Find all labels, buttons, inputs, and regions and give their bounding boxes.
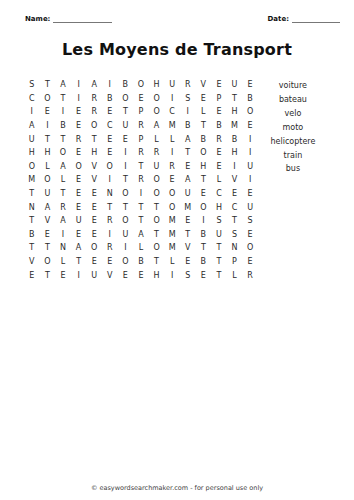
grid-cell[interactable]: E bbox=[133, 92, 149, 106]
grid-cell[interactable]: N bbox=[227, 241, 243, 255]
grid-cell[interactable]: E bbox=[242, 228, 258, 242]
grid-cell[interactable]: R bbox=[86, 105, 102, 119]
grid-cell[interactable]: T bbox=[40, 241, 56, 255]
grid-cell[interactable]: C bbox=[24, 92, 40, 106]
grid-cell[interactable]: U bbox=[118, 119, 134, 133]
grid-cell[interactable]: C bbox=[211, 187, 227, 201]
grid-cell[interactable]: A bbox=[86, 78, 102, 92]
grid-cell[interactable]: I bbox=[164, 92, 180, 106]
grid-cell[interactable]: I bbox=[55, 228, 71, 242]
word-list-item: moto bbox=[258, 121, 328, 135]
grid-cell[interactable]: O bbox=[86, 119, 102, 133]
grid-cell[interactable]: E bbox=[242, 187, 258, 201]
grid-cell[interactable]: T bbox=[196, 119, 212, 133]
grid-cell[interactable]: E bbox=[102, 132, 118, 146]
grid-cell[interactable]: E bbox=[180, 214, 196, 228]
grid-cell[interactable]: T bbox=[55, 132, 71, 146]
word-list-item: train bbox=[258, 149, 328, 163]
grid-cell[interactable]: L bbox=[40, 160, 56, 174]
grid-cell[interactable]: N bbox=[102, 187, 118, 201]
grid-cell[interactable]: E bbox=[242, 119, 258, 133]
grid-cell[interactable]: O bbox=[164, 200, 180, 214]
grid-cell[interactable]: B bbox=[211, 119, 227, 133]
grid-cell[interactable]: R bbox=[55, 200, 71, 214]
grid-cell[interactable]: O bbox=[196, 200, 212, 214]
grid-cell[interactable]: O bbox=[149, 105, 165, 119]
grid-cell[interactable]: O bbox=[118, 214, 134, 228]
grid-cell[interactable]: O bbox=[149, 187, 165, 201]
grid-cell[interactable]: V bbox=[102, 268, 118, 282]
grid-cell[interactable]: T bbox=[118, 200, 134, 214]
grid-cell[interactable]: A bbox=[180, 132, 196, 146]
grid-cell[interactable]: U bbox=[242, 200, 258, 214]
grid-cell[interactable]: I bbox=[242, 132, 258, 146]
grid-cell[interactable]: R bbox=[180, 78, 196, 92]
grid-cell[interactable]: I bbox=[118, 160, 134, 174]
grid-cell[interactable]: M bbox=[164, 241, 180, 255]
grid-cell[interactable]: I bbox=[71, 268, 87, 282]
grid-cell[interactable]: O bbox=[133, 78, 149, 92]
grid-cell[interactable]: I bbox=[118, 241, 134, 255]
grid-cell[interactable]: T bbox=[196, 173, 212, 187]
grid-cell[interactable]: P bbox=[133, 132, 149, 146]
grid-cell[interactable]: E bbox=[196, 92, 212, 106]
grid-cell[interactable]: H bbox=[24, 146, 40, 160]
grid-cell[interactable]: I bbox=[55, 105, 71, 119]
grid-cell[interactable]: E bbox=[86, 200, 102, 214]
grid-cell[interactable]: E bbox=[71, 146, 87, 160]
grid-cell[interactable]: T bbox=[40, 268, 56, 282]
grid-cell[interactable]: I bbox=[102, 228, 118, 242]
grid-cell[interactable]: A bbox=[149, 119, 165, 133]
grid-cell[interactable]: U bbox=[149, 160, 165, 174]
grid-cell[interactable]: H bbox=[227, 146, 243, 160]
grid-cell[interactable]: E bbox=[55, 268, 71, 282]
grid-cell[interactable]: B bbox=[55, 119, 71, 133]
grid-cell[interactable]: V bbox=[227, 173, 243, 187]
grid-cell[interactable]: M bbox=[164, 228, 180, 242]
grid-cell[interactable]: E bbox=[180, 255, 196, 269]
grid-cell[interactable]: L bbox=[164, 255, 180, 269]
grid-cell[interactable]: S bbox=[242, 214, 258, 228]
grid-cell[interactable]: T bbox=[24, 187, 40, 201]
grid-cell[interactable]: T bbox=[149, 228, 165, 242]
grid-cell[interactable]: E bbox=[71, 173, 87, 187]
grid-cell[interactable]: U bbox=[118, 228, 134, 242]
grid-cell[interactable]: R bbox=[71, 132, 87, 146]
worksheet-header: Name: Date: bbox=[0, 0, 354, 23]
word-list: voiturebateauvelomotohelicopteretrainbus bbox=[258, 78, 328, 176]
grid-cell[interactable]: L bbox=[55, 173, 71, 187]
grid-cell[interactable]: O bbox=[196, 146, 212, 160]
grid-cell[interactable]: O bbox=[40, 92, 56, 106]
grid-cell[interactable]: O bbox=[71, 160, 87, 174]
grid-cell[interactable]: U bbox=[211, 228, 227, 242]
date-input-line[interactable] bbox=[292, 15, 340, 23]
name-input-line[interactable] bbox=[53, 15, 112, 23]
grid-cell[interactable]: T bbox=[211, 241, 227, 255]
grid-cell[interactable]: E bbox=[211, 78, 227, 92]
grid-cell[interactable]: R bbox=[164, 160, 180, 174]
grid-cell[interactable]: O bbox=[164, 187, 180, 201]
grid-cell[interactable]: L bbox=[133, 241, 149, 255]
grid-cell[interactable]: B bbox=[118, 78, 134, 92]
grid-cell[interactable]: E bbox=[71, 119, 87, 133]
grid-cell[interactable]: E bbox=[102, 255, 118, 269]
grid-cell[interactable]: A bbox=[180, 173, 196, 187]
grid-cell[interactable]: I bbox=[180, 105, 196, 119]
grid-cell[interactable]: E bbox=[211, 160, 227, 174]
grid-cell[interactable]: B bbox=[242, 92, 258, 106]
grid-cell[interactable]: I bbox=[227, 160, 243, 174]
word-list-item: velo bbox=[258, 107, 328, 121]
grid-cell[interactable]: T bbox=[211, 255, 227, 269]
grid-cell[interactable]: E bbox=[86, 214, 102, 228]
grid-cell[interactable]: E bbox=[24, 268, 40, 282]
grid-cell[interactable]: T bbox=[24, 241, 40, 255]
grid-cell[interactable]: E bbox=[211, 105, 227, 119]
grid-cell[interactable]: H bbox=[149, 268, 165, 282]
grid-cell[interactable]: L bbox=[164, 132, 180, 146]
grid-cell[interactable]: R bbox=[211, 132, 227, 146]
grid-cell[interactable]: T bbox=[86, 132, 102, 146]
grid-cell[interactable]: L bbox=[227, 268, 243, 282]
grid-cell[interactable]: H bbox=[40, 146, 56, 160]
grid-cell[interactable]: U bbox=[71, 214, 87, 228]
grid-cell[interactable]: S bbox=[211, 214, 227, 228]
grid-cell[interactable]: U bbox=[180, 187, 196, 201]
grid-cell[interactable]: R bbox=[133, 119, 149, 133]
grid-cell[interactable]: T bbox=[180, 228, 196, 242]
grid-cell[interactable]: I bbox=[102, 173, 118, 187]
grid-cell[interactable]: O bbox=[149, 173, 165, 187]
grid-cell[interactable]: O bbox=[242, 105, 258, 119]
word-list-item: helicoptere bbox=[258, 135, 328, 149]
grid-cell[interactable]: U bbox=[242, 160, 258, 174]
grid-cell[interactable]: E bbox=[102, 146, 118, 160]
grid-cell[interactable]: T bbox=[196, 241, 212, 255]
grid-cell[interactable]: E bbox=[71, 228, 87, 242]
grid-cell[interactable]: T bbox=[102, 200, 118, 214]
grid-cell[interactable]: C bbox=[102, 119, 118, 133]
grid-cell[interactable]: T bbox=[71, 255, 87, 269]
footer-credit: © easywordsearchmaker.com - for personal… bbox=[0, 484, 354, 492]
grid-cell[interactable]: I bbox=[196, 214, 212, 228]
grid-cell[interactable]: R bbox=[102, 214, 118, 228]
grid-cell[interactable]: T bbox=[133, 214, 149, 228]
grid-cell[interactable]: E bbox=[71, 200, 87, 214]
grid-cell[interactable]: I bbox=[71, 92, 87, 106]
grid-cell[interactable]: O bbox=[102, 160, 118, 174]
grid-cell[interactable]: V bbox=[24, 255, 40, 269]
grid-cell[interactable]: O bbox=[118, 255, 134, 269]
grid-cell[interactable]: E bbox=[242, 255, 258, 269]
grid-cell[interactable]: I bbox=[102, 78, 118, 92]
grid-cell[interactable]: B bbox=[196, 228, 212, 242]
grid-cell[interactable]: I bbox=[24, 105, 40, 119]
grid-cell[interactable]: T bbox=[118, 105, 134, 119]
grid-cell[interactable]: E bbox=[211, 146, 227, 160]
grid-cell[interactable]: R bbox=[242, 268, 258, 282]
grid-cell[interactable]: R bbox=[133, 146, 149, 160]
grid-cell[interactable]: T bbox=[24, 214, 40, 228]
grid-cell[interactable]: H bbox=[227, 105, 243, 119]
grid-cell[interactable]: I bbox=[40, 119, 56, 133]
grid-cell[interactable]: U bbox=[86, 268, 102, 282]
grid-cell[interactable]: E bbox=[196, 268, 212, 282]
grid-cell[interactable]: C bbox=[164, 105, 180, 119]
grid-cell[interactable]: T bbox=[40, 78, 56, 92]
grid-cell[interactable]: T bbox=[149, 200, 165, 214]
grid-cell[interactable]: M bbox=[164, 119, 180, 133]
grid-cell[interactable]: L bbox=[211, 173, 227, 187]
grid-cell[interactable]: V bbox=[196, 78, 212, 92]
grid-cell[interactable]: O bbox=[55, 146, 71, 160]
grid-cell[interactable]: C bbox=[227, 200, 243, 214]
grid-cell[interactable]: O bbox=[149, 214, 165, 228]
grid-cell[interactable]: B bbox=[227, 132, 243, 146]
grid-cell[interactable]: E bbox=[86, 228, 102, 242]
grid-cell[interactable]: O bbox=[149, 92, 165, 106]
grid-cell[interactable]: N bbox=[55, 241, 71, 255]
grid-cell[interactable]: P bbox=[211, 92, 227, 106]
grid-cell[interactable]: T bbox=[133, 160, 149, 174]
grid-cell[interactable]: A bbox=[71, 241, 87, 255]
grid-cell[interactable]: N bbox=[24, 200, 40, 214]
grid-cell[interactable]: O bbox=[242, 241, 258, 255]
grid-cell[interactable]: S bbox=[227, 228, 243, 242]
grid-cell[interactable]: I bbox=[242, 146, 258, 160]
grid-cell[interactable]: S bbox=[180, 268, 196, 282]
grid-cell[interactable]: E bbox=[71, 105, 87, 119]
grid-cell[interactable]: M bbox=[24, 173, 40, 187]
puzzle-title: Les Moyens de Transport bbox=[0, 40, 354, 59]
grid-cell[interactable]: H bbox=[211, 200, 227, 214]
grid-cell[interactable]: E bbox=[86, 187, 102, 201]
name-label: Name: bbox=[25, 15, 50, 23]
grid-cell[interactable]: V bbox=[86, 160, 102, 174]
grid-cell[interactable]: M bbox=[227, 119, 243, 133]
grid-cell[interactable]: B bbox=[24, 228, 40, 242]
puzzle-body: STAIAIBOHURVEUECOTIRBOEOISEPTBIEIERETPOC… bbox=[0, 78, 354, 282]
grid-cell[interactable]: O bbox=[40, 173, 56, 187]
grid-cell[interactable]: E bbox=[180, 160, 196, 174]
grid-cell[interactable]: A bbox=[24, 119, 40, 133]
grid-cell[interactable]: T bbox=[133, 200, 149, 214]
grid-cell[interactable]: T bbox=[118, 173, 134, 187]
grid-cell[interactable]: E bbox=[118, 132, 134, 146]
grid-cell[interactable]: E bbox=[227, 187, 243, 201]
grid-cell[interactable]: I bbox=[164, 146, 180, 160]
grid-cell[interactable]: P bbox=[227, 255, 243, 269]
grid-cell[interactable]: E bbox=[242, 78, 258, 92]
grid-cell[interactable]: A bbox=[55, 214, 71, 228]
grid-cell[interactable]: T bbox=[55, 92, 71, 106]
grid-cell[interactable]: P bbox=[133, 105, 149, 119]
grid-cell[interactable]: E bbox=[164, 173, 180, 187]
grid-cell[interactable]: U bbox=[227, 78, 243, 92]
grid-cell[interactable]: H bbox=[86, 146, 102, 160]
word-list-item: voiture bbox=[258, 79, 328, 93]
grid-cell[interactable]: U bbox=[164, 78, 180, 92]
grid-cell[interactable]: R bbox=[133, 173, 149, 187]
grid-cell[interactable]: B bbox=[196, 132, 212, 146]
grid-cell[interactable]: E bbox=[71, 187, 87, 201]
grid-cell[interactable]: V bbox=[180, 241, 196, 255]
grid-cell[interactable]: V bbox=[40, 214, 56, 228]
grid-cell[interactable]: E bbox=[196, 187, 212, 201]
grid-cell[interactable]: E bbox=[118, 268, 134, 282]
date-field: Date: bbox=[268, 15, 340, 23]
grid-cell[interactable]: L bbox=[149, 132, 165, 146]
grid-cell[interactable]: R bbox=[102, 241, 118, 255]
grid-cell[interactable]: O bbox=[24, 160, 40, 174]
grid-cell[interactable]: H bbox=[149, 78, 165, 92]
grid-cell[interactable]: O bbox=[40, 255, 56, 269]
grid-cell[interactable]: B bbox=[133, 255, 149, 269]
grid-cell[interactable]: E bbox=[40, 105, 56, 119]
grid-cell[interactable]: L bbox=[196, 105, 212, 119]
grid-cell[interactable]: V bbox=[86, 173, 102, 187]
grid-cell[interactable]: B bbox=[102, 92, 118, 106]
grid-cell[interactable]: I bbox=[133, 187, 149, 201]
grid-cell[interactable]: T bbox=[149, 255, 165, 269]
word-list-item: bus bbox=[258, 162, 328, 176]
grid-cell[interactable]: M bbox=[180, 200, 196, 214]
grid-cell[interactable]: B bbox=[180, 119, 196, 133]
word-list-item: bateau bbox=[258, 93, 328, 107]
name-field: Name: bbox=[25, 15, 112, 23]
grid-cell[interactable]: O bbox=[149, 241, 165, 255]
grid-cell[interactable]: E bbox=[133, 268, 149, 282]
grid-cell[interactable]: T bbox=[227, 214, 243, 228]
grid-cell[interactable]: I bbox=[242, 173, 258, 187]
grid-cell[interactable]: R bbox=[86, 92, 102, 106]
grid-cell[interactable]: S bbox=[180, 92, 196, 106]
grid-cell[interactable]: A bbox=[133, 228, 149, 242]
grid-cell[interactable]: T bbox=[211, 268, 227, 282]
worksheet-page: Name: Date: Les Moyens de Transport STAI… bbox=[0, 0, 354, 282]
grid-cell[interactable]: M bbox=[164, 214, 180, 228]
grid-cell[interactable]: A bbox=[40, 200, 56, 214]
grid-cell[interactable]: L bbox=[55, 255, 71, 269]
grid-cell[interactable]: B bbox=[196, 255, 212, 269]
grid-cell[interactable]: E bbox=[40, 228, 56, 242]
grid-cell[interactable]: E bbox=[102, 105, 118, 119]
grid-cell[interactable]: O bbox=[118, 187, 134, 201]
grid-cell[interactable]: A bbox=[55, 78, 71, 92]
grid-cell[interactable]: I bbox=[164, 268, 180, 282]
date-label: Date: bbox=[268, 15, 289, 23]
grid-cell[interactable]: O bbox=[86, 241, 102, 255]
grid-cell[interactable]: T bbox=[180, 146, 196, 160]
grid-cell[interactable]: E bbox=[86, 255, 102, 269]
grid-cell[interactable]: I bbox=[71, 78, 87, 92]
grid-cell[interactable]: H bbox=[196, 160, 212, 174]
grid-cell[interactable]: T bbox=[40, 132, 56, 146]
grid-cell[interactable]: R bbox=[149, 146, 165, 160]
grid-cell[interactable]: I bbox=[118, 146, 134, 160]
grid-cell[interactable]: U bbox=[24, 132, 40, 146]
word-search-grid: STAIAIBOHURVEUECOTIRBOEOISEPTBIEIERETPOC… bbox=[24, 78, 258, 282]
grid-cell[interactable]: T bbox=[55, 187, 71, 201]
grid-cell[interactable]: S bbox=[24, 78, 40, 92]
grid-cell[interactable]: O bbox=[118, 92, 134, 106]
grid-cell[interactable]: T bbox=[227, 92, 243, 106]
grid-cell[interactable]: A bbox=[55, 160, 71, 174]
grid-cell[interactable]: U bbox=[40, 187, 56, 201]
